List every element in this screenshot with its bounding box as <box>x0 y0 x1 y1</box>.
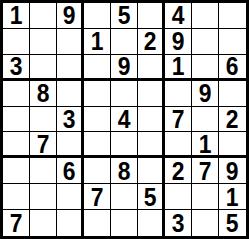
cell-r3c9[interactable]: 6 <box>219 55 246 81</box>
cell-r3c6[interactable] <box>138 55 165 81</box>
given-digit: 6 <box>63 158 76 183</box>
cell-r5c9[interactable]: 2 <box>219 107 246 133</box>
cell-r9c9[interactable]: 5 <box>219 210 246 236</box>
cell-r8c7[interactable] <box>165 184 192 210</box>
cell-r9c5[interactable] <box>111 210 138 236</box>
cell-r1c3[interactable]: 9 <box>57 3 84 29</box>
given-digit: 7 <box>91 184 104 209</box>
given-digit: 5 <box>144 184 157 209</box>
given-digit: 7 <box>10 210 23 236</box>
cell-r6c4[interactable] <box>84 132 111 158</box>
cell-r8c5[interactable] <box>111 184 138 210</box>
cell-r8c8[interactable] <box>192 184 219 210</box>
cell-r6c9[interactable] <box>219 132 246 158</box>
sudoku-board: 195412939168934727168279751735 <box>0 0 249 239</box>
given-digit: 9 <box>118 55 131 79</box>
cell-r1c1[interactable]: 1 <box>3 3 30 29</box>
given-digit: 2 <box>144 29 157 54</box>
cell-r5c6[interactable] <box>138 107 165 133</box>
cell-r4c4[interactable] <box>84 81 111 107</box>
given-digit: 1 <box>10 3 23 28</box>
cell-r4c7[interactable] <box>165 81 192 107</box>
cell-r3c3[interactable] <box>57 55 84 81</box>
cell-r5c3[interactable]: 3 <box>57 107 84 133</box>
cell-r7c8[interactable]: 7 <box>192 158 219 184</box>
given-digit: 5 <box>226 210 239 236</box>
cell-r5c7[interactable]: 7 <box>165 107 192 133</box>
cell-r7c5[interactable]: 8 <box>111 158 138 184</box>
cell-r7c6[interactable] <box>138 158 165 184</box>
cell-r5c1[interactable] <box>3 107 30 133</box>
cell-r9c1[interactable]: 7 <box>3 210 30 236</box>
given-digit: 3 <box>10 55 23 79</box>
cell-r9c6[interactable] <box>138 210 165 236</box>
cell-r3c4[interactable] <box>84 55 111 81</box>
cell-r8c6[interactable]: 5 <box>138 184 165 210</box>
cell-r5c2[interactable] <box>30 107 57 133</box>
cell-r2c9[interactable] <box>219 29 246 55</box>
given-digit: 7 <box>172 107 185 132</box>
given-digit: 1 <box>172 55 185 79</box>
cell-r9c2[interactable] <box>30 210 57 236</box>
cell-r2c8[interactable] <box>192 29 219 55</box>
cell-r4c1[interactable] <box>3 81 30 107</box>
cell-r4c9[interactable] <box>219 81 246 107</box>
given-digit: 3 <box>63 107 76 132</box>
given-digit: 1 <box>199 132 212 156</box>
cell-r9c7[interactable]: 3 <box>165 210 192 236</box>
cell-r9c4[interactable] <box>84 210 111 236</box>
cell-r8c9[interactable]: 1 <box>219 184 246 210</box>
cell-r6c1[interactable] <box>3 132 30 158</box>
cell-r8c4[interactable]: 7 <box>84 184 111 210</box>
cell-r1c5[interactable]: 5 <box>111 3 138 29</box>
cell-r1c9[interactable] <box>219 3 246 29</box>
cell-r6c3[interactable] <box>57 132 84 158</box>
cell-r2c4[interactable]: 1 <box>84 29 111 55</box>
cell-r3c2[interactable] <box>30 55 57 81</box>
given-digit: 7 <box>37 132 50 156</box>
given-digit: 2 <box>226 107 239 132</box>
cell-r2c7[interactable]: 9 <box>165 29 192 55</box>
cell-r7c1[interactable] <box>3 158 30 184</box>
cell-r3c5[interactable]: 9 <box>111 55 138 81</box>
cell-r2c6[interactable]: 2 <box>138 29 165 55</box>
given-digit: 7 <box>199 158 212 183</box>
cell-r7c2[interactable] <box>30 158 57 184</box>
cell-r4c6[interactable] <box>138 81 165 107</box>
cell-r5c5[interactable]: 4 <box>111 107 138 133</box>
cell-r9c3[interactable] <box>57 210 84 236</box>
given-digit: 3 <box>172 210 185 236</box>
cell-r6c6[interactable] <box>138 132 165 158</box>
given-digit: 8 <box>37 81 50 106</box>
cell-r3c7[interactable]: 1 <box>165 55 192 81</box>
cell-r3c8[interactable] <box>192 55 219 81</box>
cell-r4c2[interactable]: 8 <box>30 81 57 107</box>
cell-r5c4[interactable] <box>84 107 111 133</box>
cell-r8c1[interactable] <box>3 184 30 210</box>
given-digit: 6 <box>226 55 239 79</box>
cell-r6c5[interactable] <box>111 132 138 158</box>
cell-r1c4[interactable] <box>84 3 111 29</box>
cell-r2c3[interactable] <box>57 29 84 55</box>
given-digit: 9 <box>226 158 239 183</box>
cell-r8c3[interactable] <box>57 184 84 210</box>
cell-r1c7[interactable]: 4 <box>165 3 192 29</box>
given-digit: 1 <box>91 29 104 54</box>
cell-r6c2[interactable]: 7 <box>30 132 57 158</box>
cell-r1c6[interactable] <box>138 3 165 29</box>
cell-r7c9[interactable]: 9 <box>219 158 246 184</box>
cell-r1c2[interactable] <box>30 3 57 29</box>
given-digit: 2 <box>172 158 185 183</box>
cell-r2c1[interactable] <box>3 29 30 55</box>
cell-r8c2[interactable] <box>30 184 57 210</box>
given-digit: 1 <box>226 184 239 209</box>
given-digit: 5 <box>118 3 131 28</box>
cell-r7c7[interactable]: 2 <box>165 158 192 184</box>
cell-r7c4[interactable] <box>84 158 111 184</box>
cell-r1c8[interactable] <box>192 3 219 29</box>
cell-r4c8[interactable]: 9 <box>192 81 219 107</box>
cell-r5c8[interactable] <box>192 107 219 133</box>
given-digit: 9 <box>63 3 76 28</box>
cell-r2c2[interactable] <box>30 29 57 55</box>
given-digit: 8 <box>118 158 131 183</box>
cell-r9c8[interactable] <box>192 210 219 236</box>
cell-r3c1[interactable]: 3 <box>3 55 30 81</box>
cell-r4c5[interactable] <box>111 81 138 107</box>
given-digit: 4 <box>118 107 131 132</box>
cell-r6c7[interactable] <box>165 132 192 158</box>
cell-r6c8[interactable]: 1 <box>192 132 219 158</box>
given-digit: 9 <box>199 81 212 106</box>
given-digit: 4 <box>172 3 185 28</box>
given-digit: 9 <box>172 29 185 54</box>
cell-r7c3[interactable]: 6 <box>57 158 84 184</box>
cell-r2c5[interactable] <box>111 29 138 55</box>
cell-r4c3[interactable] <box>57 81 84 107</box>
